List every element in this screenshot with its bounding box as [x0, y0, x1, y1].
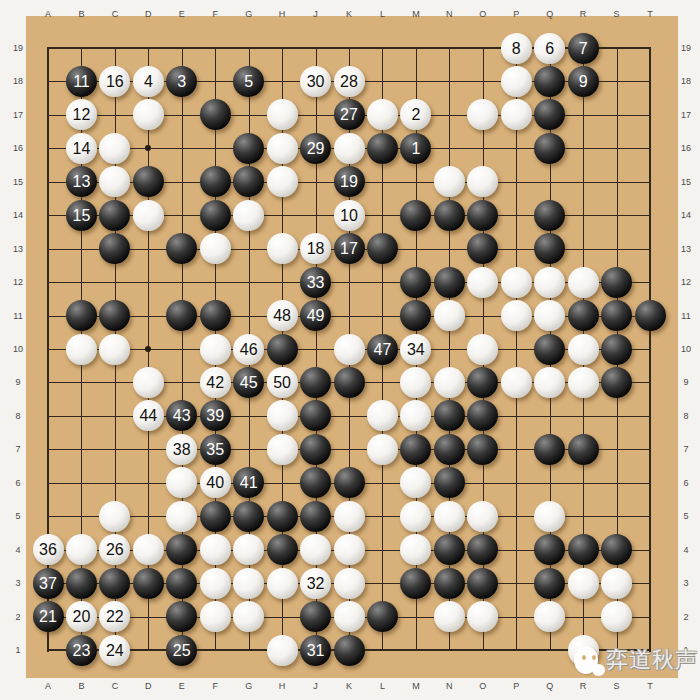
row-label-left: 8 [8, 411, 28, 421]
column-label-bottom: K [339, 681, 359, 691]
wechat-chat-bubble-icon [574, 646, 598, 674]
stone-black[interactable] [534, 568, 565, 599]
move-number: 19 [340, 166, 358, 197]
stone-white[interactable] [133, 99, 164, 130]
move-number: 18 [307, 233, 325, 264]
row-label-left: 16 [8, 143, 28, 153]
row-label-left: 12 [8, 277, 28, 287]
stone-white[interactable] [534, 601, 565, 632]
row-label-left: 5 [8, 511, 28, 521]
stone-black[interactable] [434, 267, 465, 298]
move-number: 30 [307, 66, 325, 97]
stone-black[interactable] [200, 166, 231, 197]
stone-white[interactable] [99, 133, 130, 164]
move-number: 28 [340, 66, 358, 97]
move-number: 23 [73, 635, 91, 666]
row-label-left: 19 [8, 43, 28, 53]
stone-white[interactable] [501, 66, 532, 97]
row-label-left: 4 [8, 545, 28, 555]
row-label-right: 18 [676, 76, 696, 86]
grid-line-v [516, 48, 517, 651]
row-label-left: 9 [8, 377, 28, 387]
column-label-top: R [573, 9, 593, 19]
move-number: 22 [106, 601, 124, 632]
column-label-top: F [205, 9, 225, 19]
stone-black[interactable] [635, 300, 666, 331]
move-number: 12 [73, 99, 91, 130]
row-label-left: 10 [8, 344, 28, 354]
stone-white[interactable]: 34 [400, 334, 431, 365]
stone-black[interactable] [267, 501, 298, 532]
stone-black[interactable]: 11 [66, 66, 97, 97]
stone-black[interactable] [166, 568, 197, 599]
row-label-right: 13 [676, 244, 696, 254]
row-label-right: 8 [676, 411, 696, 421]
move-number: 47 [374, 334, 392, 365]
move-number: 45 [240, 367, 258, 398]
stone-white[interactable] [200, 534, 231, 565]
column-label-bottom: H [272, 681, 292, 691]
stone-white[interactable] [568, 568, 599, 599]
stone-black[interactable] [133, 166, 164, 197]
move-number: 42 [206, 367, 224, 398]
stone-white[interactable]: 18 [300, 233, 331, 264]
stone-white[interactable] [501, 267, 532, 298]
stone-white[interactable] [534, 367, 565, 398]
stone-black[interactable] [334, 635, 365, 666]
move-number: 17 [340, 233, 358, 264]
stone-white[interactable]: 24 [99, 635, 130, 666]
move-number: 26 [106, 534, 124, 565]
stone-black[interactable] [568, 534, 599, 565]
stone-black[interactable] [434, 467, 465, 498]
stone-white[interactable] [99, 501, 130, 532]
stone-white[interactable] [233, 568, 264, 599]
stone-white[interactable] [334, 534, 365, 565]
move-number: 40 [206, 467, 224, 498]
row-label-right: 12 [676, 277, 696, 287]
stone-white[interactable] [534, 300, 565, 331]
stone-white[interactable] [267, 133, 298, 164]
row-label-left: 15 [8, 177, 28, 187]
move-number: 37 [39, 568, 57, 599]
stone-black[interactable] [467, 568, 498, 599]
stone-black[interactable] [434, 434, 465, 465]
stone-white[interactable]: 50 [267, 367, 298, 398]
stone-white[interactable]: 28 [334, 66, 365, 97]
grid-line-v [649, 48, 651, 652]
row-label-right: 16 [676, 143, 696, 153]
column-label-top: D [138, 9, 158, 19]
move-number: 48 [273, 300, 291, 331]
stone-white[interactable] [267, 166, 298, 197]
move-number: 3 [177, 66, 186, 97]
move-number: 32 [307, 568, 325, 599]
row-label-right: 9 [676, 377, 696, 387]
move-number: 27 [340, 99, 358, 130]
column-label-bottom: L [372, 681, 392, 691]
stone-white[interactable] [133, 534, 164, 565]
move-number: 39 [206, 400, 224, 431]
move-number: 15 [73, 200, 91, 231]
stone-black[interactable] [601, 334, 632, 365]
stone-black[interactable] [534, 334, 565, 365]
stone-black[interactable] [200, 200, 231, 231]
stone-white[interactable] [200, 568, 231, 599]
row-label-left: 3 [8, 578, 28, 588]
stone-white[interactable]: 46 [233, 334, 264, 365]
stone-black[interactable] [601, 367, 632, 398]
move-number: 34 [407, 334, 425, 365]
move-number: 50 [273, 367, 291, 398]
column-label-top: T [640, 9, 660, 19]
column-label-top: Q [540, 9, 560, 19]
move-number: 16 [106, 66, 124, 97]
stone-black[interactable] [400, 200, 431, 231]
stone-white[interactable] [200, 601, 231, 632]
stone-black[interactable] [434, 400, 465, 431]
stone-black[interactable]: 3 [166, 66, 197, 97]
stone-white[interactable] [99, 334, 130, 365]
stone-black[interactable]: 27 [334, 99, 365, 130]
row-label-right: 10 [676, 344, 696, 354]
stone-black[interactable] [233, 501, 264, 532]
stone-white[interactable] [601, 601, 632, 632]
column-label-bottom: A [38, 681, 58, 691]
stone-white[interactable]: 40 [200, 467, 231, 498]
stone-white[interactable] [166, 501, 197, 532]
stone-black[interactable] [534, 133, 565, 164]
row-label-left: 2 [8, 612, 28, 622]
stone-white[interactable]: 20 [66, 601, 97, 632]
move-number: 5 [244, 66, 253, 97]
move-number: 20 [73, 601, 91, 632]
icon-eye-right [592, 655, 596, 660]
move-number: 36 [39, 534, 57, 565]
stone-white[interactable] [434, 300, 465, 331]
stone-black[interactable] [300, 434, 331, 465]
stone-white[interactable] [568, 267, 599, 298]
move-number: 7 [579, 33, 588, 64]
stone-black[interactable] [334, 467, 365, 498]
go-diagram-screenshot: AABBCCDDEEFFGGHHJJKKLLMMNNOOPPQQRRSSTT19… [0, 0, 700, 700]
stone-white[interactable] [467, 334, 498, 365]
move-number: 38 [173, 434, 191, 465]
column-label-top: K [339, 9, 359, 19]
move-number: 29 [307, 133, 325, 164]
stone-white[interactable] [133, 200, 164, 231]
stone-white[interactable] [233, 601, 264, 632]
stone-black[interactable]: 29 [300, 133, 331, 164]
column-label-bottom: C [105, 681, 125, 691]
move-number: 9 [579, 66, 588, 97]
row-label-left: 6 [8, 478, 28, 488]
stone-black[interactable] [200, 300, 231, 331]
stone-white[interactable]: 48 [267, 300, 298, 331]
column-label-bottom: N [439, 681, 459, 691]
stone-black[interactable]: 35 [200, 434, 231, 465]
column-label-top: M [406, 9, 426, 19]
column-label-bottom: F [205, 681, 225, 691]
stone-black[interactable] [300, 367, 331, 398]
stone-black[interactable] [434, 534, 465, 565]
stone-white[interactable] [434, 601, 465, 632]
stone-white[interactable] [467, 501, 498, 532]
stone-black[interactable] [467, 200, 498, 231]
stone-black[interactable] [133, 568, 164, 599]
stone-white[interactable]: 10 [334, 200, 365, 231]
stone-black[interactable]: 49 [300, 300, 331, 331]
stone-black[interactable]: 5 [233, 66, 264, 97]
stone-white[interactable] [300, 534, 331, 565]
stone-white[interactable]: 4 [133, 66, 164, 97]
row-label-right: 4 [676, 545, 696, 555]
stone-white[interactable] [233, 200, 264, 231]
stone-white[interactable] [334, 501, 365, 532]
stone-white[interactable] [267, 635, 298, 666]
row-label-left: 1 [8, 645, 28, 655]
stone-white[interactable] [501, 367, 532, 398]
column-label-top: N [439, 9, 459, 19]
column-label-top: O [473, 9, 493, 19]
move-number: 46 [240, 334, 258, 365]
move-number: 11 [73, 66, 90, 97]
column-label-bottom: J [306, 681, 326, 691]
stone-white[interactable]: 30 [300, 66, 331, 97]
stone-white[interactable]: 36 [33, 534, 64, 565]
column-label-bottom: E [172, 681, 192, 691]
column-label-bottom: T [640, 681, 660, 691]
column-label-top: E [172, 9, 192, 19]
column-label-top: C [105, 9, 125, 19]
stone-white[interactable]: 6 [534, 33, 565, 64]
stone-black[interactable] [200, 501, 231, 532]
stone-black[interactable] [367, 133, 398, 164]
column-label-top: J [306, 9, 326, 19]
stone-black[interactable] [534, 434, 565, 465]
stone-white[interactable] [434, 367, 465, 398]
stone-black[interactable]: 1 [400, 133, 431, 164]
stone-white[interactable]: 8 [501, 33, 532, 64]
stone-black[interactable] [300, 601, 331, 632]
stone-black[interactable]: 23 [66, 635, 97, 666]
stone-black[interactable]: 37 [33, 568, 64, 599]
stone-black[interactable] [99, 568, 130, 599]
stone-black[interactable] [233, 133, 264, 164]
column-label-top: L [372, 9, 392, 19]
move-number: 33 [307, 267, 325, 298]
stone-black[interactable]: 31 [300, 635, 331, 666]
stone-black[interactable]: 45 [233, 367, 264, 398]
stone-white[interactable] [66, 534, 97, 565]
watermark: 弈道秋声 [574, 638, 698, 682]
stone-white[interactable] [400, 501, 431, 532]
stone-white[interactable] [467, 267, 498, 298]
move-number: 35 [206, 434, 224, 465]
row-label-right: 7 [676, 444, 696, 454]
row-label-right: 6 [676, 478, 696, 488]
row-label-right: 2 [676, 612, 696, 622]
stone-black[interactable] [601, 267, 632, 298]
stone-white[interactable] [267, 434, 298, 465]
row-label-right: 5 [676, 511, 696, 521]
stone-black[interactable] [400, 267, 431, 298]
stone-white[interactable] [434, 501, 465, 532]
stone-black[interactable]: 17 [334, 233, 365, 264]
stone-black[interactable] [367, 601, 398, 632]
stone-black[interactable]: 25 [166, 635, 197, 666]
move-number: 13 [73, 166, 91, 197]
row-label-left: 18 [8, 76, 28, 86]
stone-white[interactable] [133, 367, 164, 398]
stone-black[interactable] [601, 300, 632, 331]
column-label-bottom: M [406, 681, 426, 691]
stone-black[interactable] [434, 568, 465, 599]
stone-black[interactable]: 39 [200, 400, 231, 431]
row-label-right: 14 [676, 210, 696, 220]
stone-white[interactable] [601, 568, 632, 599]
stone-white[interactable]: 42 [200, 367, 231, 398]
stone-white[interactable] [501, 99, 532, 130]
stone-white[interactable] [501, 300, 532, 331]
move-number: 21 [39, 601, 57, 632]
stone-white[interactable] [200, 233, 231, 264]
column-label-top: G [239, 9, 259, 19]
stone-white[interactable] [334, 334, 365, 365]
move-number: 43 [173, 400, 191, 431]
column-label-top: S [607, 9, 627, 19]
row-label-left: 17 [8, 110, 28, 120]
stone-white[interactable]: 14 [66, 133, 97, 164]
stone-black[interactable]: 9 [568, 66, 599, 97]
stone-black[interactable] [568, 434, 599, 465]
column-label-top: H [272, 9, 292, 19]
stone-black[interactable] [568, 300, 599, 331]
column-label-bottom: P [506, 681, 526, 691]
stone-black[interactable] [300, 501, 331, 532]
stone-white[interactable] [267, 233, 298, 264]
column-label-bottom: G [239, 681, 259, 691]
stone-white[interactable] [334, 601, 365, 632]
stone-black[interactable] [66, 300, 97, 331]
stone-black[interactable] [467, 367, 498, 398]
stone-black[interactable]: 19 [334, 166, 365, 197]
column-label-top: A [38, 9, 58, 19]
stone-white[interactable] [334, 133, 365, 164]
stone-white[interactable] [434, 166, 465, 197]
move-number: 14 [73, 133, 91, 164]
stone-white[interactable]: 32 [300, 568, 331, 599]
stone-white[interactable] [534, 501, 565, 532]
column-label-top: B [71, 9, 91, 19]
move-number: 10 [340, 200, 358, 231]
row-label-left: 11 [8, 311, 28, 321]
stone-black[interactable] [434, 200, 465, 231]
column-label-bottom: S [607, 681, 627, 691]
stone-black[interactable] [400, 568, 431, 599]
move-number: 31 [307, 635, 325, 666]
column-label-bottom: Q [540, 681, 560, 691]
stone-black[interactable] [400, 434, 431, 465]
stone-black[interactable] [601, 534, 632, 565]
stone-white[interactable]: 44 [133, 400, 164, 431]
stone-black[interactable] [467, 434, 498, 465]
column-label-bottom: R [573, 681, 593, 691]
icon-eye-left [582, 655, 586, 660]
move-number: 24 [106, 635, 124, 666]
row-label-right: 11 [676, 311, 696, 321]
icon-small-bubble [592, 664, 605, 676]
stone-black[interactable] [267, 334, 298, 365]
stone-white[interactable] [200, 334, 231, 365]
move-number: 2 [411, 99, 420, 130]
stone-white[interactable]: 38 [166, 434, 197, 465]
stone-white[interactable] [66, 334, 97, 365]
stone-white[interactable] [267, 400, 298, 431]
stone-black[interactable] [267, 534, 298, 565]
stone-black[interactable] [534, 66, 565, 97]
row-label-right: 17 [676, 110, 696, 120]
stone-white[interactable] [568, 334, 599, 365]
stone-white[interactable] [267, 99, 298, 130]
stone-black[interactable] [99, 200, 130, 231]
stone-black[interactable]: 7 [568, 33, 599, 64]
move-number: 4 [144, 66, 153, 97]
column-label-bottom: O [473, 681, 493, 691]
stone-black[interactable] [200, 99, 231, 130]
move-number: 44 [139, 400, 157, 431]
row-label-right: 3 [676, 578, 696, 588]
row-label-right: 19 [676, 43, 696, 53]
stone-black[interactable]: 47 [367, 334, 398, 365]
column-label-top: P [506, 9, 526, 19]
move-number: 1 [411, 133, 420, 164]
column-label-bottom: D [138, 681, 158, 691]
move-number: 25 [173, 635, 191, 666]
move-number: 8 [512, 33, 521, 64]
stone-black[interactable] [66, 568, 97, 599]
stone-black[interactable]: 33 [300, 267, 331, 298]
row-label-left: 14 [8, 210, 28, 220]
stone-white[interactable] [267, 568, 298, 599]
move-number: 41 [240, 467, 258, 498]
row-label-right: 15 [676, 177, 696, 187]
stone-black[interactable] [334, 367, 365, 398]
stone-black[interactable] [534, 200, 565, 231]
move-number: 6 [545, 33, 554, 64]
stone-black[interactable]: 15 [66, 200, 97, 231]
row-label-left: 7 [8, 444, 28, 454]
move-number: 49 [307, 300, 325, 331]
stone-white[interactable] [568, 367, 599, 398]
stone-black[interactable]: 13 [66, 166, 97, 197]
stone-white[interactable] [367, 434, 398, 465]
stone-black[interactable] [367, 233, 398, 264]
stone-black[interactable]: 21 [33, 601, 64, 632]
row-label-left: 13 [8, 244, 28, 254]
stone-white[interactable] [334, 568, 365, 599]
column-label-bottom: B [71, 681, 91, 691]
watermark-text: 弈道秋声 [606, 645, 698, 675]
stone-white[interactable] [534, 267, 565, 298]
